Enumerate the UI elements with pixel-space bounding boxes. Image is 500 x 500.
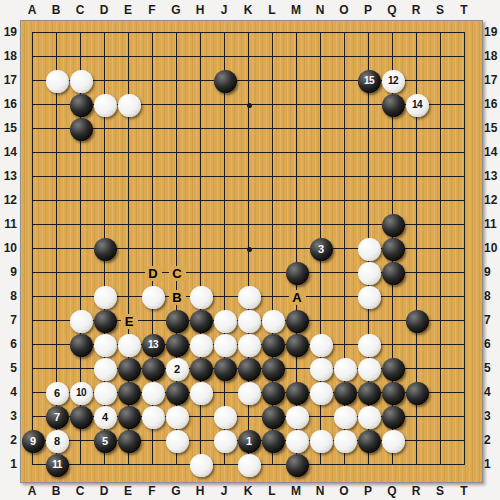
coordinate-label: P (358, 484, 378, 498)
coordinate-label: G (166, 3, 186, 17)
move-number: 3 (318, 244, 324, 255)
stone-P6 (358, 334, 381, 357)
move-number: 5 (102, 436, 108, 447)
stone-H4 (190, 382, 213, 405)
coordinate-label: 18 (484, 49, 500, 63)
coordinate-label: 14 (484, 145, 500, 159)
coordinate-label: J (214, 3, 234, 17)
stone-P5 (358, 358, 381, 381)
go-board-app: ABCDEFGHJKLMNOPQRST ABCDEFGHJKLMNOPQRST … (0, 0, 500, 500)
coordinate-label: L (262, 3, 282, 17)
coordinate-label: G (166, 484, 186, 498)
coordinate-label: 8 (484, 289, 500, 303)
stone-D4 (94, 382, 117, 405)
stone-M3 (286, 406, 309, 429)
stone-H6 (190, 334, 213, 357)
stone-D7 (94, 310, 117, 333)
coordinate-label: 8 (1, 289, 17, 303)
stone-P9 (358, 262, 381, 285)
stone-K6 (238, 334, 261, 357)
stone-Q5 (382, 358, 405, 381)
coordinate-label: 11 (484, 217, 500, 231)
coordinate-label: 9 (1, 265, 17, 279)
coordinate-label: P (358, 3, 378, 17)
coordinate-label: O (334, 484, 354, 498)
stone-F6: 13 (142, 334, 165, 357)
stone-Q11 (382, 214, 405, 237)
coordinate-label: R (406, 484, 426, 498)
coordinate-label: 17 (484, 73, 500, 87)
stone-D10 (94, 238, 117, 261)
coordinate-label: 16 (484, 97, 500, 111)
stone-O5 (334, 358, 357, 381)
coordinate-label: 1 (484, 457, 500, 471)
stone-N2 (310, 430, 333, 453)
stone-O2 (334, 430, 357, 453)
stone-Q9 (382, 262, 405, 285)
coordinate-label: 17 (1, 73, 17, 87)
stone-E5 (118, 358, 141, 381)
coordinate-label: D (94, 3, 114, 17)
move-number: 8 (54, 436, 60, 447)
stone-C7 (70, 310, 93, 333)
stone-C16 (70, 94, 93, 117)
coordinate-label: T (454, 3, 474, 17)
coordinate-label: N (310, 3, 330, 17)
coordinate-label: F (142, 3, 162, 17)
coordinate-label: 2 (484, 433, 500, 447)
stone-C15 (70, 118, 93, 141)
stone-K4 (238, 382, 261, 405)
coordinate-label: Q (382, 3, 402, 17)
stone-Q2 (382, 430, 405, 453)
stone-L2 (262, 430, 285, 453)
stone-P3 (358, 406, 381, 429)
stone-J2 (214, 430, 237, 453)
coordinate-label: 3 (1, 409, 17, 423)
stone-G7 (166, 310, 189, 333)
stone-N6 (310, 334, 333, 357)
stone-P10 (358, 238, 381, 261)
go-board[interactable]: 151214313261074985111ABCDE (20, 20, 483, 483)
stone-K5 (238, 358, 261, 381)
coordinate-label: 13 (484, 169, 500, 183)
annotation-letter-B: B (169, 290, 186, 305)
stone-Q16 (382, 94, 405, 117)
move-number: 13 (148, 340, 158, 350)
coordinate-label: 12 (484, 193, 500, 207)
coordinate-label: B (46, 484, 66, 498)
coordinate-label: 10 (1, 241, 17, 255)
coordinate-label: T (454, 484, 474, 498)
coordinate-label: 15 (484, 121, 500, 135)
stone-B2: 8 (46, 430, 69, 453)
stone-Q4 (382, 382, 405, 405)
stone-P8 (358, 286, 381, 309)
stone-D3: 4 (94, 406, 117, 429)
stone-Q17: 12 (382, 70, 405, 93)
stone-L5 (262, 358, 285, 381)
coordinate-label: B (46, 3, 66, 17)
coordinate-label: M (286, 3, 306, 17)
coordinate-label: 10 (484, 241, 500, 255)
coordinate-label: 4 (1, 385, 17, 399)
coordinate-label: C (70, 3, 90, 17)
coordinate-label: 18 (1, 49, 17, 63)
stone-E3 (118, 406, 141, 429)
coordinate-label: Q (382, 484, 402, 498)
annotation-letter-A: A (289, 290, 306, 305)
move-number: 9 (30, 436, 36, 447)
stone-F5 (142, 358, 165, 381)
move-number: 1 (246, 436, 252, 447)
coordinate-label: L (262, 484, 282, 498)
coordinate-label: 14 (1, 145, 17, 159)
stone-N5 (310, 358, 333, 381)
coordinate-label: E (118, 484, 138, 498)
move-number: 10 (76, 388, 86, 398)
stone-F4 (142, 382, 165, 405)
stone-H7 (190, 310, 213, 333)
stone-G4 (166, 382, 189, 405)
coordinate-label: K (238, 3, 258, 17)
stone-M9 (286, 262, 309, 285)
stone-L4 (262, 382, 285, 405)
coordinate-label: 15 (1, 121, 17, 135)
coordinate-label: H (190, 484, 210, 498)
move-number: 2 (174, 364, 180, 375)
coordinate-label: 11 (1, 217, 17, 231)
star-point (247, 247, 252, 252)
move-number: 11 (52, 460, 62, 470)
stone-P2 (358, 430, 381, 453)
stone-M1 (286, 454, 309, 477)
coordinate-label: O (334, 3, 354, 17)
stone-L3 (262, 406, 285, 429)
coordinate-label: 6 (1, 337, 17, 351)
stone-C17 (70, 70, 93, 93)
stone-D6 (94, 334, 117, 357)
coordinate-label: 13 (1, 169, 17, 183)
coordinate-label: 2 (1, 433, 17, 447)
stone-C4: 10 (70, 382, 93, 405)
stone-R4 (406, 382, 429, 405)
stone-B3: 7 (46, 406, 69, 429)
coordinate-label: C (70, 484, 90, 498)
coordinate-label: 9 (484, 265, 500, 279)
coordinate-label: R (406, 3, 426, 17)
stone-B4: 6 (46, 382, 69, 405)
coordinate-label: 16 (1, 97, 17, 111)
move-number: 12 (388, 76, 398, 86)
stone-M2 (286, 430, 309, 453)
stone-E4 (118, 382, 141, 405)
coordinate-label: A (22, 484, 42, 498)
stone-G6 (166, 334, 189, 357)
stone-P4 (358, 382, 381, 405)
stone-D2: 5 (94, 430, 117, 453)
annotation-letter-C: C (169, 266, 186, 281)
stone-G3 (166, 406, 189, 429)
coordinate-label: N (310, 484, 330, 498)
stone-C3 (70, 406, 93, 429)
stone-A2: 9 (22, 430, 45, 453)
stone-E2 (118, 430, 141, 453)
annotation-letter-E: E (121, 314, 138, 329)
stone-J6 (214, 334, 237, 357)
stone-R16: 14 (406, 94, 429, 117)
move-number: 14 (412, 100, 422, 110)
coordinate-label: 12 (1, 193, 17, 207)
move-number: 7 (54, 412, 60, 423)
coordinate-label: F (142, 484, 162, 498)
stone-O3 (334, 406, 357, 429)
coordinate-label: M (286, 484, 306, 498)
coordinate-label: S (430, 484, 450, 498)
stone-B17 (46, 70, 69, 93)
stone-K1 (238, 454, 261, 477)
coordinate-label: 19 (1, 25, 17, 39)
move-number: 15 (364, 76, 374, 86)
stone-M7 (286, 310, 309, 333)
stone-L6 (262, 334, 285, 357)
stone-E6 (118, 334, 141, 357)
stone-J7 (214, 310, 237, 333)
stone-H8 (190, 286, 213, 309)
stone-G2 (166, 430, 189, 453)
stone-F3 (142, 406, 165, 429)
stone-D8 (94, 286, 117, 309)
coordinate-label: A (22, 3, 42, 17)
stone-E16 (118, 94, 141, 117)
stone-H1 (190, 454, 213, 477)
stone-Q10 (382, 238, 405, 261)
coordinate-label: 3 (484, 409, 500, 423)
coordinate-label: E (118, 3, 138, 17)
stone-M6 (286, 334, 309, 357)
coordinate-label: 19 (484, 25, 500, 39)
coordinate-label: 7 (1, 313, 17, 327)
coordinate-label: S (430, 3, 450, 17)
coordinate-label: 6 (484, 337, 500, 351)
coordinate-label: J (214, 484, 234, 498)
move-number: 6 (54, 388, 60, 399)
stone-D5 (94, 358, 117, 381)
stone-N10: 3 (310, 238, 333, 261)
stone-C6 (70, 334, 93, 357)
star-point (247, 103, 252, 108)
stone-M4 (286, 382, 309, 405)
stone-P17: 15 (358, 70, 381, 93)
stone-H5 (190, 358, 213, 381)
coordinate-label: 7 (484, 313, 500, 327)
stone-J3 (214, 406, 237, 429)
stone-N4 (310, 382, 333, 405)
coordinate-label: 1 (1, 457, 17, 471)
coordinate-label: 4 (484, 385, 500, 399)
stone-O4 (334, 382, 357, 405)
coordinate-label: 5 (484, 361, 500, 375)
stone-K7 (238, 310, 261, 333)
stone-K8 (238, 286, 261, 309)
coordinate-label: K (238, 484, 258, 498)
coordinate-label: 5 (1, 361, 17, 375)
stone-J5 (214, 358, 237, 381)
move-number: 4 (102, 412, 108, 423)
stone-L7 (262, 310, 285, 333)
stone-G5: 2 (166, 358, 189, 381)
stone-D16 (94, 94, 117, 117)
stone-F8 (142, 286, 165, 309)
coordinate-label: D (94, 484, 114, 498)
stone-J17 (214, 70, 237, 93)
stone-R7 (406, 310, 429, 333)
stone-B1: 11 (46, 454, 69, 477)
coordinate-label: H (190, 3, 210, 17)
stone-K2: 1 (238, 430, 261, 453)
stone-Q3 (382, 406, 405, 429)
annotation-letter-D: D (145, 266, 162, 281)
